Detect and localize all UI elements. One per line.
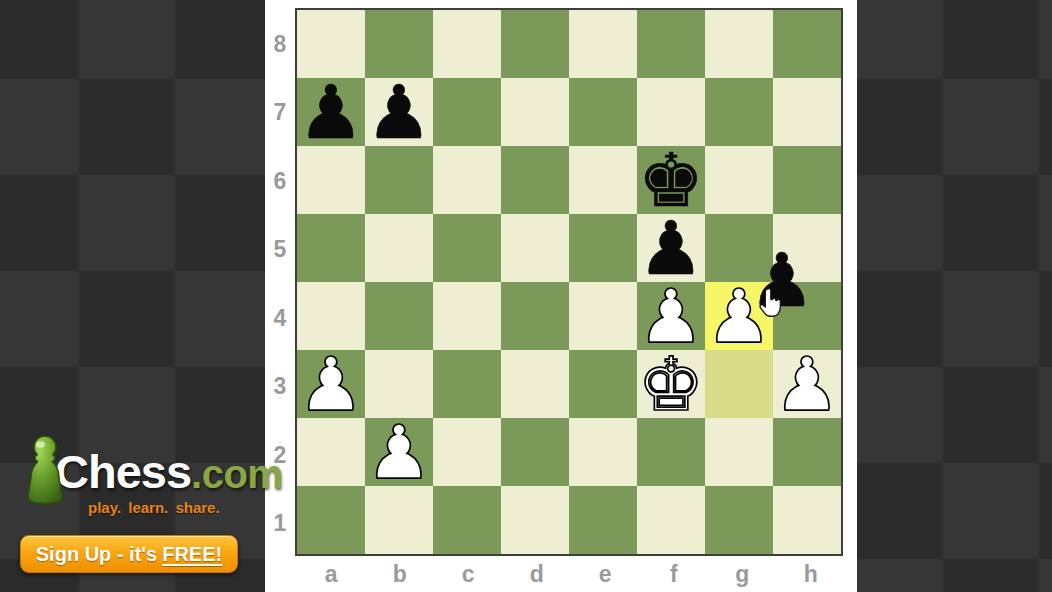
square-f8[interactable]: [637, 10, 705, 78]
square-d7[interactable]: [501, 78, 569, 146]
square-d2[interactable]: [501, 418, 569, 486]
white-pawn-b2[interactable]: ♟: [366, 418, 432, 486]
square-b5[interactable]: [365, 214, 433, 282]
white-pawn-a3[interactable]: ♟: [298, 350, 364, 418]
video-frame: { "game": "chess", "position": { "fen": …: [0, 0, 1052, 592]
black-pawn-f5[interactable]: ♟: [638, 214, 704, 282]
square-b3[interactable]: [365, 350, 433, 418]
square-h6[interactable]: [773, 146, 841, 214]
file-label-b: b: [366, 558, 435, 590]
white-king-f3[interactable]: ♚: [638, 350, 704, 418]
square-d1[interactable]: [501, 486, 569, 554]
file-label-h: h: [777, 558, 846, 590]
square-c1[interactable]: [433, 486, 501, 554]
square-d8[interactable]: [501, 10, 569, 78]
square-c6[interactable]: [433, 146, 501, 214]
square-c2[interactable]: [433, 418, 501, 486]
file-label-f: f: [640, 558, 709, 590]
rank-label-3: 3: [265, 353, 295, 422]
square-e6[interactable]: [569, 146, 637, 214]
file-label-e: e: [571, 558, 640, 590]
square-d6[interactable]: [501, 146, 569, 214]
black-king-f6[interactable]: ♚: [638, 146, 704, 214]
chesscom-logo[interactable]: Chess.com: [55, 444, 282, 499]
brand-tagline: play. learn. share.: [88, 499, 220, 516]
square-b8[interactable]: [365, 10, 433, 78]
square-a4[interactable]: [297, 282, 365, 350]
rank-label-7: 7: [265, 79, 295, 148]
square-b7[interactable]: ♟: [365, 78, 433, 146]
square-g6[interactable]: [705, 146, 773, 214]
square-g7[interactable]: [705, 78, 773, 146]
file-label-a: a: [297, 558, 366, 590]
square-h1[interactable]: [773, 486, 841, 554]
square-a2[interactable]: [297, 418, 365, 486]
sign-up-label: Sign Up - it's: [36, 543, 157, 566]
logo-dotcom-text: .com: [191, 452, 282, 496]
rank-label-5: 5: [265, 216, 295, 285]
square-a1[interactable]: [297, 486, 365, 554]
square-a6[interactable]: [297, 146, 365, 214]
square-e4[interactable]: [569, 282, 637, 350]
square-c3[interactable]: [433, 350, 501, 418]
black-pawn-b7[interactable]: ♟: [366, 78, 432, 146]
sign-up-button[interactable]: Sign Up - it's FREE!: [20, 535, 238, 573]
file-labels: abcdefgh: [297, 558, 845, 590]
rank-label-1: 1: [265, 490, 295, 559]
square-h8[interactable]: [773, 10, 841, 78]
square-f5[interactable]: ♟: [637, 214, 705, 282]
square-h3[interactable]: ♟: [773, 350, 841, 418]
square-d5[interactable]: [501, 214, 569, 282]
square-g3[interactable]: [705, 350, 773, 418]
square-e2[interactable]: [569, 418, 637, 486]
square-f6[interactable]: ♚: [637, 146, 705, 214]
square-f1[interactable]: [637, 486, 705, 554]
square-h7[interactable]: [773, 78, 841, 146]
square-g1[interactable]: [705, 486, 773, 554]
black-pawn-a7[interactable]: ♟: [298, 78, 364, 146]
hand-cursor-icon: [757, 287, 783, 319]
square-e5[interactable]: [569, 214, 637, 282]
square-e3[interactable]: [569, 350, 637, 418]
square-b2[interactable]: ♟: [365, 418, 433, 486]
square-b1[interactable]: [365, 486, 433, 554]
square-g8[interactable]: [705, 10, 773, 78]
square-c8[interactable]: [433, 10, 501, 78]
square-f7[interactable]: [637, 78, 705, 146]
square-h2[interactable]: [773, 418, 841, 486]
square-c4[interactable]: [433, 282, 501, 350]
square-e7[interactable]: [569, 78, 637, 146]
chesscom-pawn-logo-icon[interactable]: [22, 434, 68, 506]
square-g2[interactable]: [705, 418, 773, 486]
square-d4[interactable]: [501, 282, 569, 350]
square-a8[interactable]: [297, 10, 365, 78]
file-label-g: g: [708, 558, 777, 590]
square-a7[interactable]: ♟: [297, 78, 365, 146]
square-a3[interactable]: ♟: [297, 350, 365, 418]
white-pawn-f4[interactable]: ♟: [638, 282, 704, 350]
square-b4[interactable]: [365, 282, 433, 350]
square-f4[interactable]: ♟: [637, 282, 705, 350]
square-c7[interactable]: [433, 78, 501, 146]
sign-up-free-label: FREE!: [162, 543, 222, 566]
white-pawn-h3[interactable]: ♟: [774, 350, 840, 418]
square-e8[interactable]: [569, 10, 637, 78]
rank-label-6: 6: [265, 147, 295, 216]
file-label-d: d: [503, 558, 572, 590]
square-f3[interactable]: ♚: [637, 350, 705, 418]
square-d3[interactable]: [501, 350, 569, 418]
square-f2[interactable]: [637, 418, 705, 486]
rank-label-8: 8: [265, 10, 295, 79]
file-label-c: c: [434, 558, 503, 590]
logo-chess-text: Chess: [55, 445, 191, 498]
square-b6[interactable]: [365, 146, 433, 214]
square-a5[interactable]: [297, 214, 365, 282]
square-e1[interactable]: [569, 486, 637, 554]
square-c5[interactable]: [433, 214, 501, 282]
rank-label-4: 4: [265, 284, 295, 353]
